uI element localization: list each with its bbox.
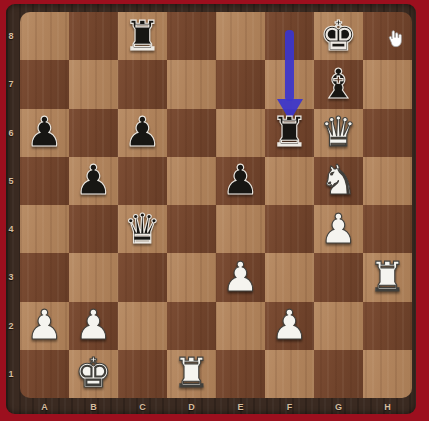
square-f8[interactable] (265, 12, 314, 60)
square-c5[interactable] (118, 157, 167, 205)
file-label-b: B (90, 402, 97, 412)
square-f1[interactable] (265, 350, 314, 398)
rank-label-3: 3 (8, 272, 13, 282)
square-a1[interactable] (20, 350, 69, 398)
square-g1[interactable] (314, 350, 363, 398)
square-h8[interactable] (363, 12, 412, 60)
rank-label-1: 1 (8, 369, 13, 379)
file-label-d: D (188, 402, 195, 412)
piece-black-bishop-g7[interactable]: ♝ (314, 60, 363, 108)
piece-white-pawn-a2[interactable]: ♟ (20, 302, 69, 350)
square-a3[interactable] (20, 253, 69, 301)
piece-white-king-b1[interactable]: ♚ (69, 350, 118, 398)
square-b6[interactable] (69, 109, 118, 157)
piece-white-pawn-e3[interactable]: ♟ (216, 253, 265, 301)
square-a4[interactable] (20, 205, 69, 253)
square-e7[interactable] (216, 60, 265, 108)
piece-white-rook-d1[interactable]: ♜ (167, 350, 216, 398)
square-e4[interactable] (216, 205, 265, 253)
square-g2[interactable] (314, 302, 363, 350)
square-b3[interactable] (69, 253, 118, 301)
square-h5[interactable] (363, 157, 412, 205)
square-c7[interactable] (118, 60, 167, 108)
rank-label-6: 6 (8, 128, 13, 138)
square-d7[interactable] (167, 60, 216, 108)
piece-white-pawn-g4[interactable]: ♟ (314, 205, 363, 253)
piece-black-queen-c4[interactable]: ♛ (118, 205, 167, 253)
rank-label-2: 2 (8, 321, 13, 331)
rank-label-4: 4 (8, 224, 13, 234)
square-b4[interactable] (69, 205, 118, 253)
piece-black-pawn-c6[interactable]: ♟ (118, 109, 167, 157)
piece-black-rook-f6[interactable]: ♜ (265, 109, 314, 157)
square-d5[interactable] (167, 157, 216, 205)
piece-black-pawn-e5[interactable]: ♟ (216, 157, 265, 205)
piece-white-knight-g5[interactable]: ♞ (314, 157, 363, 205)
square-d8[interactable] (167, 12, 216, 60)
square-b7[interactable] (69, 60, 118, 108)
square-h1[interactable] (363, 350, 412, 398)
square-g3[interactable] (314, 253, 363, 301)
file-label-a: A (41, 402, 48, 412)
square-f3[interactable] (265, 253, 314, 301)
file-label-h: H (384, 402, 391, 412)
piece-black-pawn-b5[interactable]: ♟ (69, 157, 118, 205)
file-label-f: F (287, 402, 293, 412)
square-b8[interactable] (69, 12, 118, 60)
square-a8[interactable] (20, 12, 69, 60)
rank-label-7: 7 (8, 79, 13, 89)
piece-black-king-g8[interactable]: ♚ (314, 12, 363, 60)
square-d2[interactable] (167, 302, 216, 350)
square-d3[interactable] (167, 253, 216, 301)
rank-label-8: 8 (8, 31, 13, 41)
square-f4[interactable] (265, 205, 314, 253)
square-c3[interactable] (118, 253, 167, 301)
piece-white-pawn-f2[interactable]: ♟ (265, 302, 314, 350)
square-d6[interactable] (167, 109, 216, 157)
piece-black-pawn-a6[interactable]: ♟ (20, 109, 69, 157)
square-e6[interactable] (216, 109, 265, 157)
square-e2[interactable] (216, 302, 265, 350)
square-h7[interactable] (363, 60, 412, 108)
square-f7[interactable] (265, 60, 314, 108)
piece-white-queen-g6[interactable]: ♛ (314, 109, 363, 157)
rank-label-5: 5 (8, 176, 13, 186)
file-label-c: C (139, 402, 146, 412)
piece-black-rook-c8[interactable]: ♜ (118, 12, 167, 60)
file-label-g: G (335, 402, 342, 412)
square-e1[interactable] (216, 350, 265, 398)
square-c2[interactable] (118, 302, 167, 350)
piece-white-pawn-b2[interactable]: ♟ (69, 302, 118, 350)
square-a5[interactable] (20, 157, 69, 205)
square-h2[interactable] (363, 302, 412, 350)
square-d4[interactable] (167, 205, 216, 253)
chess-board-view: 87654321ABCDEFGH♜♚♝♟♟♜♛♟♟♞♛♟♟♜♟♟♟♚♜ (0, 0, 429, 421)
square-h6[interactable] (363, 109, 412, 157)
file-label-e: E (237, 402, 243, 412)
square-h4[interactable] (363, 205, 412, 253)
square-c1[interactable] (118, 350, 167, 398)
square-a7[interactable] (20, 60, 69, 108)
piece-white-rook-h3[interactable]: ♜ (363, 253, 412, 301)
square-f5[interactable] (265, 157, 314, 205)
square-e8[interactable] (216, 12, 265, 60)
